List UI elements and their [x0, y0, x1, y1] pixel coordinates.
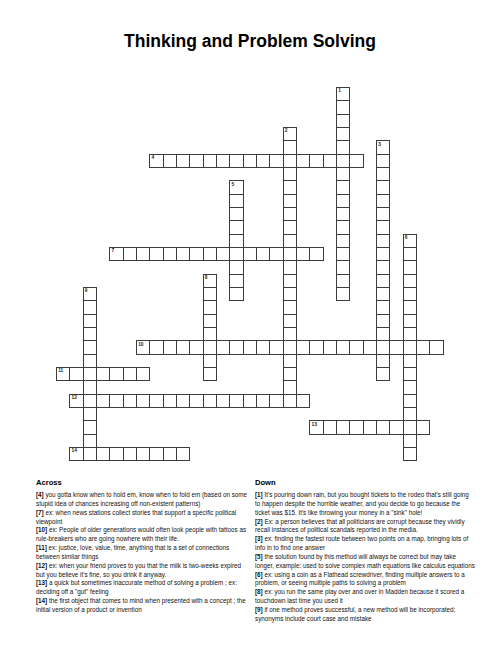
grid-cell[interactable]	[256, 340, 270, 354]
grid-cell[interactable]	[96, 394, 110, 408]
grid-cell[interactable]	[323, 154, 337, 168]
grid-cell[interactable]	[176, 154, 190, 168]
grid-cell[interactable]	[83, 407, 97, 421]
grid-cell[interactable]	[336, 260, 350, 274]
grid-cell[interactable]	[283, 300, 297, 314]
grid-cell[interactable]	[309, 340, 323, 354]
grid-cell[interactable]	[109, 367, 123, 381]
clue-number: [7]	[36, 509, 45, 516]
grid-cell[interactable]	[163, 247, 177, 261]
grid-cell[interactable]	[403, 300, 417, 314]
grid-cell[interactable]: 12	[69, 394, 83, 408]
cell-number: 5	[232, 182, 235, 187]
across-clue-14: [14] the first object that comes to mind…	[36, 597, 250, 615]
across-header: Across	[36, 478, 250, 488]
grid-cell[interactable]	[216, 340, 230, 354]
grid-cell[interactable]	[336, 207, 350, 221]
grid-cell[interactable]	[269, 394, 283, 408]
clue-number: [4]	[36, 491, 45, 498]
grid-cell[interactable]	[389, 420, 403, 434]
grid-cell[interactable]	[403, 260, 417, 274]
grid-cell[interactable]	[283, 274, 297, 288]
grid-cell[interactable]	[216, 394, 230, 408]
grid-cell[interactable]	[403, 420, 417, 434]
grid-cell[interactable]	[83, 314, 97, 328]
cell-number: 4	[152, 155, 155, 160]
grid-cell[interactable]	[376, 420, 390, 434]
across-clue-13: [13] a quick but sometimes inaccurate me…	[36, 579, 250, 597]
grid-cell[interactable]	[403, 287, 417, 301]
grid-cell[interactable]: 5	[229, 180, 243, 194]
grid-cell[interactable]	[283, 154, 297, 168]
grid-cell[interactable]	[296, 154, 310, 168]
grid-cell[interactable]	[283, 260, 297, 274]
grid-cell[interactable]	[336, 114, 350, 128]
cell-number: 11	[58, 368, 63, 373]
grid-cell[interactable]	[109, 394, 123, 408]
grid-cell[interactable]	[229, 287, 243, 301]
grid-cell[interactable]	[123, 247, 137, 261]
grid-cell[interactable]	[283, 167, 297, 181]
grid-cell[interactable]	[376, 154, 390, 168]
grid-cell[interactable]	[403, 380, 417, 394]
clue-number: [10]	[36, 526, 49, 533]
grid-cell[interactable]	[136, 367, 150, 381]
grid-cell[interactable]	[229, 340, 243, 354]
grid-cell[interactable]	[189, 340, 203, 354]
across-clues-section: Across [4] you gotta know when to hold e…	[36, 478, 250, 615]
grid-cell[interactable]: 13	[309, 420, 323, 434]
grid-cell[interactable]	[283, 207, 297, 221]
cell-number: 6	[405, 235, 408, 240]
grid-cell[interactable]	[229, 394, 243, 408]
grid-cell[interactable]	[376, 354, 390, 368]
grid-cell[interactable]	[243, 340, 257, 354]
grid-cell[interactable]	[336, 180, 350, 194]
grid-cell[interactable]	[189, 154, 203, 168]
grid-cell[interactable]	[336, 194, 350, 208]
grid-cell[interactable]	[403, 340, 417, 354]
across-clue-10: [10] ex: People of older generations wou…	[36, 526, 250, 544]
grid-cell[interactable]	[376, 247, 390, 261]
grid-cell[interactable]	[376, 367, 390, 381]
grid-cell[interactable]	[163, 154, 177, 168]
grid-cell[interactable]	[216, 154, 230, 168]
grid-cell[interactable]	[83, 354, 97, 368]
clue-number: [1]	[255, 491, 264, 498]
grid-cell[interactable]	[203, 154, 217, 168]
grid-cell[interactable]: 10	[136, 340, 150, 354]
across-clue-11: [11] ex: justice, love, value, time, any…	[36, 544, 250, 562]
grid-cell[interactable]	[376, 167, 390, 181]
grid-cell[interactable]	[403, 434, 417, 448]
cell-number: 1	[338, 88, 341, 93]
grid-cell[interactable]	[389, 340, 403, 354]
grid-cell[interactable]	[283, 314, 297, 328]
clue-number: [5]	[255, 553, 264, 560]
cell-number: 10	[138, 342, 143, 347]
grid-cell[interactable]	[83, 300, 97, 314]
grid-cell[interactable]	[229, 247, 243, 261]
grid-cell[interactable]	[376, 327, 390, 341]
grid-cell[interactable]	[283, 220, 297, 234]
grid-cell[interactable]	[403, 354, 417, 368]
grid-cell[interactable]	[336, 127, 350, 141]
grid-cell[interactable]	[149, 394, 163, 408]
cell-number: 7	[112, 248, 115, 253]
grid-cell[interactable]	[203, 314, 217, 328]
grid-cell[interactable]	[283, 287, 297, 301]
grid-cell[interactable]	[376, 300, 390, 314]
grid-cell[interactable]	[376, 207, 390, 221]
grid-cell[interactable]	[269, 154, 283, 168]
grid-cell[interactable]	[376, 287, 390, 301]
grid-cell[interactable]	[269, 340, 283, 354]
grid-cell[interactable]	[163, 340, 177, 354]
grid-cell[interactable]	[336, 274, 350, 288]
clue-number: [13]	[36, 579, 49, 586]
cell-number: 12	[72, 395, 77, 400]
grid-cell[interactable]	[229, 154, 243, 168]
cell-number: 9	[85, 288, 88, 293]
grid-cell[interactable]	[229, 260, 243, 274]
grid-cell[interactable]	[243, 394, 257, 408]
grid-cell[interactable]	[256, 154, 270, 168]
grid-cell[interactable]	[376, 260, 390, 274]
grid-cell[interactable]	[96, 367, 110, 381]
grid-cell[interactable]	[363, 420, 377, 434]
down-clue-6: [6] ex: using a coin as a Flathead screw…	[255, 571, 475, 589]
grid-cell[interactable]	[283, 394, 297, 408]
grid-cell[interactable]	[229, 274, 243, 288]
clue-number: [14]	[36, 597, 49, 604]
grid-cell[interactable]	[376, 314, 390, 328]
grid-cell[interactable]	[336, 220, 350, 234]
down-clue-3: [3] ex: finding the fastest route betwee…	[255, 535, 475, 553]
grid-cell[interactable]	[336, 154, 350, 168]
grid-cell[interactable]	[216, 247, 230, 261]
grid-cell[interactable]	[336, 420, 350, 434]
across-clue-7: [7] ex: when news stations collect stori…	[36, 509, 250, 527]
grid-cell[interactable]	[243, 247, 257, 261]
grid-cell[interactable]	[296, 394, 310, 408]
grid-cell[interactable]: 2	[283, 127, 297, 141]
grid-cell[interactable]	[229, 234, 243, 248]
grid-cell[interactable]	[83, 394, 97, 408]
grid-cell[interactable]	[336, 167, 350, 181]
down-clues-list: [1] It's pouring down rain, but you boug…	[255, 491, 475, 624]
down-clue-1: [1] It's pouring down rain, but you boug…	[255, 491, 475, 518]
grid-cell[interactable]	[83, 367, 97, 381]
grid-cell[interactable]	[363, 340, 377, 354]
grid-cell[interactable]	[283, 247, 297, 261]
grid-cell[interactable]	[309, 154, 323, 168]
grid-cell[interactable]	[376, 340, 390, 354]
grid-cell[interactable]	[336, 234, 350, 248]
grid-cell[interactable]	[83, 420, 97, 434]
clue-number: [12]	[36, 562, 49, 569]
grid-cell[interactable]	[296, 247, 310, 261]
grid-cell[interactable]	[229, 207, 243, 221]
grid-cell[interactable]	[336, 100, 350, 114]
grid-cell[interactable]: 11	[56, 367, 70, 381]
clue-number: [3]	[255, 535, 264, 542]
grid-cell[interactable]	[403, 407, 417, 421]
grid-cell[interactable]	[203, 340, 217, 354]
grid-cell[interactable]	[349, 420, 363, 434]
clue-number: [8]	[255, 588, 264, 595]
grid-cell[interactable]	[403, 274, 417, 288]
down-clue-5: [5] the solution found by this method wi…	[255, 553, 475, 571]
grid-cell[interactable]	[256, 247, 270, 261]
grid-cell[interactable]	[123, 447, 137, 461]
grid-cell[interactable]	[243, 154, 257, 168]
grid-cell[interactable]	[416, 340, 430, 354]
grid-cell[interactable]	[189, 394, 203, 408]
cell-number: 3	[378, 142, 381, 147]
clue-number: [2]	[255, 518, 264, 525]
grid-cell[interactable]	[229, 220, 243, 234]
down-clue-8: [8] ex: you run the same play over and o…	[255, 588, 475, 606]
grid-cell[interactable]	[136, 394, 150, 408]
grid-cell[interactable]: 6	[403, 234, 417, 248]
grid-cell[interactable]	[203, 247, 217, 261]
grid-cell[interactable]	[376, 180, 390, 194]
grid-cell[interactable]: 9	[83, 287, 97, 301]
grid-cell[interactable]	[176, 447, 190, 461]
grid-cell[interactable]	[376, 274, 390, 288]
grid-cell[interactable]	[163, 447, 177, 461]
grid-cell[interactable]	[83, 340, 97, 354]
grid-cell[interactable]	[203, 367, 217, 381]
grid-cell[interactable]	[109, 447, 123, 461]
grid-cell[interactable]	[203, 394, 217, 408]
grid-cell[interactable]	[336, 140, 350, 154]
grid-cell[interactable]	[283, 380, 297, 394]
grid-cell[interactable]	[69, 367, 83, 381]
cell-number: 8	[205, 275, 208, 280]
grid-cell[interactable]	[203, 287, 217, 301]
grid-cell[interactable]: 14	[69, 447, 83, 461]
grid-cell[interactable]	[136, 447, 150, 461]
grid-cell[interactable]	[136, 247, 150, 261]
across-clues-list: [4] you gotta know when to hold em, know…	[36, 491, 250, 615]
grid-cell[interactable]: 4	[149, 154, 163, 168]
cell-number: 13	[312, 422, 317, 427]
across-clue-4: [4] you gotta know when to hold em, know…	[36, 491, 250, 509]
grid-cell[interactable]	[323, 340, 337, 354]
down-clue-2: [2] Ex: a person believes that all polit…	[255, 518, 475, 536]
grid-cell[interactable]	[323, 420, 337, 434]
clue-number: [6]	[255, 571, 264, 578]
grid-cell[interactable]	[83, 447, 97, 461]
across-clue-12: [12] ex: when your friend proves to you …	[36, 562, 250, 580]
cell-number: 2	[285, 128, 288, 133]
grid-cell[interactable]	[403, 367, 417, 381]
grid-cell[interactable]	[149, 340, 163, 354]
grid-cell[interactable]	[283, 354, 297, 368]
grid-cell[interactable]	[403, 314, 417, 328]
grid-cell[interactable]	[123, 367, 137, 381]
grid-cell[interactable]	[176, 340, 190, 354]
grid-cell[interactable]	[336, 340, 350, 354]
grid-cell[interactable]	[83, 434, 97, 448]
grid-cell[interactable]	[309, 247, 323, 261]
grid-cell[interactable]	[149, 247, 163, 261]
grid-cell[interactable]	[376, 234, 390, 248]
grid-cell[interactable]	[163, 394, 177, 408]
grid-cell[interactable]	[283, 180, 297, 194]
grid-cell[interactable]	[176, 247, 190, 261]
grid-cell[interactable]	[283, 140, 297, 154]
grid-cell[interactable]	[256, 394, 270, 408]
grid-cell[interactable]	[349, 340, 363, 354]
page-title: Thinking and Problem Solving	[0, 31, 500, 52]
grid-cell[interactable]	[296, 340, 310, 354]
grid-cell[interactable]	[336, 287, 350, 301]
grid-cell[interactable]: 7	[109, 247, 123, 261]
grid-cell[interactable]	[429, 340, 443, 354]
down-clue-9: [9] if one method proves successful, a n…	[255, 606, 475, 624]
grid-cell[interactable]	[283, 327, 297, 341]
cell-number: 14	[72, 448, 77, 453]
grid-cell[interactable]	[269, 247, 283, 261]
down-clues-section: Down [1] It's pouring down rain, but you…	[255, 478, 475, 624]
down-header: Down	[255, 478, 475, 488]
grid-cell[interactable]	[189, 247, 203, 261]
grid-cell[interactable]: 8	[203, 274, 217, 288]
grid-cell[interactable]: 3	[376, 140, 390, 154]
grid-cell[interactable]	[336, 247, 350, 261]
grid-cell[interactable]	[403, 447, 417, 461]
grid-cell[interactable]	[203, 327, 217, 341]
crossword-grid: 1234567891011121314	[56, 87, 444, 461]
grid-cell[interactable]	[176, 394, 190, 408]
clue-number: [9]	[255, 606, 264, 613]
grid-cell[interactable]	[229, 194, 243, 208]
grid-cell[interactable]	[123, 394, 137, 408]
grid-cell[interactable]	[403, 394, 417, 408]
grid-cell[interactable]	[349, 154, 363, 168]
grid-cell[interactable]	[283, 340, 297, 354]
grid-cell[interactable]	[149, 447, 163, 461]
grid-cell[interactable]	[376, 220, 390, 234]
grid-cell[interactable]	[203, 300, 217, 314]
grid-cell[interactable]	[403, 327, 417, 341]
grid-cell[interactable]	[376, 194, 390, 208]
grid-cell[interactable]	[83, 327, 97, 341]
grid-cell[interactable]	[283, 234, 297, 248]
grid-cell[interactable]	[283, 194, 297, 208]
grid-cell[interactable]	[403, 247, 417, 261]
clue-number: [11]	[36, 544, 49, 551]
grid-cell[interactable]: 1	[336, 87, 350, 101]
grid-cell[interactable]	[96, 447, 110, 461]
grid-cell[interactable]	[416, 420, 430, 434]
grid-cell[interactable]	[283, 367, 297, 381]
grid-cell[interactable]	[203, 354, 217, 368]
grid-cell[interactable]	[83, 380, 97, 394]
